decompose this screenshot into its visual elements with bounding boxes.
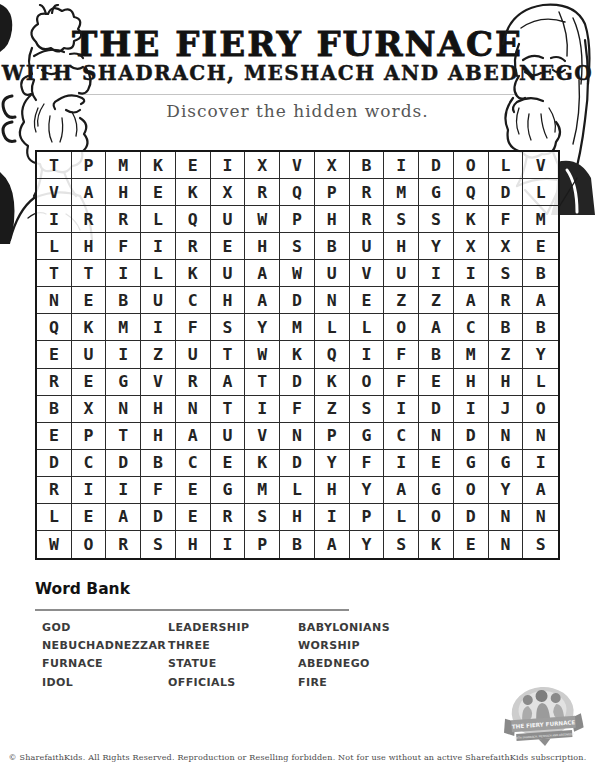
grid-cell-r4c1: L	[37, 233, 72, 260]
grid-cell-r8c3: I	[106, 341, 141, 368]
grid-cell-r6c13: A	[454, 287, 489, 314]
grid-cell-r7c10: L	[350, 314, 385, 341]
grid-cell-r14c15: N	[523, 504, 558, 531]
brows-icon	[34, 50, 83, 58]
grid-cell-r4c12: Y	[419, 233, 454, 260]
grid-cell-r6c4: U	[141, 287, 176, 314]
grid-cell-r11c9: P	[315, 423, 350, 450]
grid-cell-r12c4: B	[141, 450, 176, 477]
grid-cell-r4c2: H	[72, 233, 107, 260]
grid-cell-r2c10: R	[350, 179, 385, 206]
grid-cell-r10c13: I	[454, 396, 489, 423]
ear-icon	[21, 76, 31, 95]
grid-cell-r3c13: K	[454, 206, 489, 233]
grid-cell-r2c14: D	[489, 179, 524, 206]
word-bank-item: NEBUCHADNEZZAR	[42, 637, 166, 655]
grid-cell-r2c1: V	[37, 179, 72, 206]
grid-cell-r8c15: Y	[523, 341, 558, 368]
grid-cell-r11c7: V	[245, 423, 280, 450]
grid-cell-r15c13: E	[454, 531, 489, 558]
grid-cell-r14c12: O	[419, 504, 454, 531]
grid-cell-r12c7: K	[245, 450, 280, 477]
grid-cell-r8c11: F	[384, 341, 419, 368]
grid-cell-r3c5: Q	[176, 206, 211, 233]
grid-cell-r9c1: R	[37, 369, 72, 396]
grid-cell-r12c10: F	[350, 450, 385, 477]
grid-cell-r13c4: F	[141, 477, 176, 504]
grid-cell-r14c11: L	[384, 504, 419, 531]
grid-cell-r14c7: S	[245, 504, 280, 531]
grid-cell-r12c13: G	[454, 450, 489, 477]
grid-cell-r10c10: S	[350, 396, 385, 423]
grid-cell-r12c15: I	[523, 450, 558, 477]
grid-cell-r10c6: T	[211, 396, 246, 423]
grid-cell-r7c7: Y	[245, 314, 280, 341]
grid-cell-r12c14: G	[489, 450, 524, 477]
grid-cell-r3c2: R	[72, 206, 107, 233]
grid-cell-r10c9: Z	[315, 396, 350, 423]
grid-cell-r13c3: I	[106, 477, 141, 504]
grid-cell-r9c4: V	[141, 369, 176, 396]
grid-cell-r9c15: L	[523, 369, 558, 396]
grid-cell-r3c7: W	[245, 206, 280, 233]
grid-cell-r1c10: B	[350, 152, 385, 179]
grid-cell-r7c14: B	[489, 314, 524, 341]
grid-cell-r6c10: E	[350, 287, 385, 314]
grid-cell-r4c11: H	[384, 233, 419, 260]
word-bank-column-3: BABYLONIANSWORSHIPABEDNEGOFIRE	[298, 619, 390, 692]
grid-cell-r14c9: I	[315, 504, 350, 531]
grid-cell-r15c14: N	[489, 531, 524, 558]
grid-cell-r13c5: E	[176, 477, 211, 504]
grid-cell-r11c1: E	[37, 423, 72, 450]
grid-cell-r7c13: C	[454, 314, 489, 341]
grid-cell-r2c13: Q	[454, 179, 489, 206]
grid-cell-r3c14: F	[489, 206, 524, 233]
grid-cell-r2c4: E	[141, 179, 176, 206]
grid-cell-r4c6: E	[211, 233, 246, 260]
grid-cell-r9c11: F	[384, 369, 419, 396]
grid-cell-r12c6: E	[211, 450, 246, 477]
grid-cell-r1c1: T	[37, 152, 72, 179]
grid-cell-r13c7: M	[245, 477, 280, 504]
grid-cell-r6c8: D	[280, 287, 315, 314]
grid-cell-r2c2: A	[72, 179, 107, 206]
grid-cell-r15c10: Y	[350, 531, 385, 558]
closed-eyes-icon	[42, 66, 83, 74]
grid-cell-r15c7: P	[245, 531, 280, 558]
grid-cell-r8c2: U	[72, 341, 107, 368]
grid-cell-r4c4: I	[141, 233, 176, 260]
grid-cell-r5c5: K	[176, 260, 211, 287]
grid-cell-r1c7: X	[245, 152, 280, 179]
grid-cell-r9c9: K	[315, 369, 350, 396]
grid-cell-r9c10: O	[350, 369, 385, 396]
grid-cell-r13c1: R	[37, 477, 72, 504]
grid-cell-r11c12: N	[419, 423, 454, 450]
closed-eyes-icon	[525, 70, 565, 75]
grid-cell-r11c11: C	[384, 423, 419, 450]
grid-cell-r15c4: S	[141, 531, 176, 558]
grid-cell-r8c6: T	[211, 341, 246, 368]
grid-cell-r4c15: E	[523, 233, 558, 260]
nose-icon	[514, 76, 525, 99]
grid-cell-r5c11: U	[384, 260, 419, 287]
grid-cell-r1c8: V	[280, 152, 315, 179]
grid-cell-r14c8: H	[280, 504, 315, 531]
grid-cell-r4c13: X	[454, 233, 489, 260]
grid-cell-r1c5: E	[176, 152, 211, 179]
grid-cell-r8c7: W	[245, 341, 280, 368]
grid-cell-r7c8: M	[280, 314, 315, 341]
grid-cell-r9c8: D	[280, 369, 315, 396]
grid-cell-r5c13: I	[454, 260, 489, 287]
grid-cell-r5c8: W	[280, 260, 315, 287]
grid-cell-r2c9: P	[315, 179, 350, 206]
grid-cell-r3c11: S	[384, 206, 419, 233]
grid-cell-r9c14: H	[489, 369, 524, 396]
grid-cell-r11c13: D	[454, 423, 489, 450]
header-divider	[78, 94, 516, 95]
grid-cell-r13c15: A	[523, 477, 558, 504]
grid-cell-r6c9: N	[315, 287, 350, 314]
grid-cell-r12c12: E	[419, 450, 454, 477]
grid-cell-r3c8: P	[280, 206, 315, 233]
grid-cell-r10c14: J	[489, 396, 524, 423]
grid-cell-r3c10: R	[350, 206, 385, 233]
grid-cell-r8c1: E	[37, 341, 72, 368]
word-bank-item: OFFICIALS	[168, 674, 249, 692]
grid-cell-r5c15: B	[523, 260, 558, 287]
grid-cell-r4c5: R	[176, 233, 211, 260]
grid-cell-r7c15: B	[523, 314, 558, 341]
grid-cell-r10c3: N	[106, 396, 141, 423]
grid-cell-r5c14: S	[489, 260, 524, 287]
word-bank-item: ABEDNEGO	[298, 655, 390, 673]
grid-cell-r1c14: L	[489, 152, 524, 179]
grid-cell-r6c5: C	[176, 287, 211, 314]
grid-cell-r1c9: X	[315, 152, 350, 179]
grid-cell-r7c11: O	[384, 314, 419, 341]
grid-cell-r7c4: I	[141, 314, 176, 341]
grid-cell-r14c14: N	[489, 504, 524, 531]
grid-cell-r3c6: U	[211, 206, 246, 233]
grid-cell-r13c8: L	[280, 477, 315, 504]
grid-cell-r13c9: H	[315, 477, 350, 504]
grid-cell-r7c9: L	[315, 314, 350, 341]
word-bank-column-1: GODNEBUCHADNEZZARFURNACEIDOL	[42, 619, 166, 692]
grid-cell-r7c2: K	[72, 314, 107, 341]
grid-cell-r1c6: I	[211, 152, 246, 179]
grid-cell-r13c12: G	[419, 477, 454, 504]
grid-cell-r5c9: U	[315, 260, 350, 287]
grid-cell-r14c2: E	[72, 504, 107, 531]
grid-cell-r12c9: Y	[315, 450, 350, 477]
grid-cell-r3c12: S	[419, 206, 454, 233]
grid-cell-r15c5: H	[176, 531, 211, 558]
grid-cell-r15c9: A	[315, 531, 350, 558]
grid-cell-r1c3: M	[106, 152, 141, 179]
grid-cell-r6c1: N	[37, 287, 72, 314]
grid-cell-r8c4: Z	[141, 341, 176, 368]
word-bank-heading: Word Bank	[35, 580, 130, 598]
grid-cell-r2c15: L	[523, 179, 558, 206]
grid-cell-r10c15: O	[523, 396, 558, 423]
grid-cell-r10c8: F	[280, 396, 315, 423]
word-bank-item: FIRE	[298, 674, 390, 692]
grid-cell-r4c8: S	[280, 233, 315, 260]
footer-copyright: © SharefaithKids. All Rights Reserved. R…	[0, 753, 595, 762]
grid-cell-r11c10: G	[350, 423, 385, 450]
grid-cell-r11c4: H	[141, 423, 176, 450]
grid-cell-r15c15: S	[523, 531, 558, 558]
grid-cell-r12c1: D	[37, 450, 72, 477]
grid-cell-r6c7: A	[245, 287, 280, 314]
grid-cell-r10c12: D	[419, 396, 454, 423]
grid-cell-r1c13: O	[454, 152, 489, 179]
grid-cell-r3c1: I	[37, 206, 72, 233]
grid-cell-r2c12: G	[419, 179, 454, 206]
grid-cell-r3c3: R	[106, 206, 141, 233]
grid-cell-r8c9: Q	[315, 341, 350, 368]
word-bank-item: STATUE	[168, 655, 249, 673]
grid-cell-r5c7: A	[245, 260, 280, 287]
grid-cell-r15c11: S	[384, 531, 419, 558]
grid-cell-r9c13: H	[454, 369, 489, 396]
word-bank-item: WORSHIP	[298, 637, 390, 655]
grid-cell-r1c11: I	[384, 152, 419, 179]
grid-cell-r4c3: F	[106, 233, 141, 260]
grid-cell-r9c12: E	[419, 369, 454, 396]
grid-cell-r4c9: B	[315, 233, 350, 260]
grid-cell-r5c10: V	[350, 260, 385, 287]
grid-cell-r9c6: A	[211, 369, 246, 396]
grid-cell-r12c2: C	[72, 450, 107, 477]
grid-cell-r15c3: R	[106, 531, 141, 558]
grid-cell-r6c6: H	[211, 287, 246, 314]
grid-cell-r15c6: I	[211, 531, 246, 558]
grid-cell-r2c11: M	[384, 179, 419, 206]
grid-cell-r5c1: T	[37, 260, 72, 287]
grid-cell-r5c2: T	[72, 260, 107, 287]
grid-cell-r1c4: K	[141, 152, 176, 179]
grid-cell-r12c5: C	[176, 450, 211, 477]
grid-cell-r15c2: O	[72, 531, 107, 558]
grid-cell-r4c14: X	[489, 233, 524, 260]
grid-cell-r5c3: I	[106, 260, 141, 287]
word-bank-item: GOD	[42, 619, 166, 637]
grid-cell-r3c4: L	[141, 206, 176, 233]
grid-cell-r13c13: O	[454, 477, 489, 504]
grid-cell-r5c6: U	[211, 260, 246, 287]
grid-cell-r11c6: U	[211, 423, 246, 450]
grid-cell-r10c4: H	[141, 396, 176, 423]
grid-cell-r4c10: U	[350, 233, 385, 260]
grid-cell-r9c7: T	[245, 369, 280, 396]
grid-cell-r6c11: Z	[384, 287, 419, 314]
mustache-icon	[513, 98, 543, 112]
grid-cell-r11c2: P	[72, 423, 107, 450]
grid-cell-r14c10: P	[350, 504, 385, 531]
grid-cell-r6c15: A	[523, 287, 558, 314]
grid-cell-r14c6: R	[211, 504, 246, 531]
grid-cell-r8c14: Z	[489, 341, 524, 368]
grid-cell-r11c8: N	[280, 423, 315, 450]
grid-cell-r11c3: T	[106, 423, 141, 450]
grid-cell-r11c15: N	[523, 423, 558, 450]
hair-bun-icon	[31, 8, 81, 51]
grid-cell-r12c3: D	[106, 450, 141, 477]
grid-cell-r6c12: Z	[419, 287, 454, 314]
grid-cell-r10c1: B	[37, 396, 72, 423]
grid-cell-r9c3: G	[106, 369, 141, 396]
grid-cell-r2c8: Q	[280, 179, 315, 206]
grid-cell-r14c13: D	[454, 504, 489, 531]
grid-cell-r9c2: E	[72, 369, 107, 396]
grid-cell-r5c12: I	[419, 260, 454, 287]
grid-cell-r13c2: I	[72, 477, 107, 504]
worksheet-page: THE FIERY FURNACE WITH SHADRACH, MESHACH…	[0, 0, 595, 776]
nose-icon	[79, 68, 91, 94]
grid-cell-r8c5: U	[176, 341, 211, 368]
grid-cell-r12c8: D	[280, 450, 315, 477]
grid-cell-r1c2: P	[72, 152, 107, 179]
word-bank-item: LEADERSHIP	[168, 619, 249, 637]
grid-cell-r5c4: L	[141, 260, 176, 287]
grid-cell-r7c12: A	[419, 314, 454, 341]
word-bank-item: BABYLONIANS	[298, 619, 390, 637]
grid-cell-r11c14: N	[489, 423, 524, 450]
grid-cell-r6c3: B	[106, 287, 141, 314]
grid-cell-r14c3: A	[106, 504, 141, 531]
grid-cell-r9c5: R	[176, 369, 211, 396]
grid-cell-r13c14: Y	[489, 477, 524, 504]
grid-cell-r7c5: F	[176, 314, 211, 341]
grid-cell-r13c6: G	[211, 477, 246, 504]
grid-cell-r15c8: B	[280, 531, 315, 558]
grid-cell-r14c1: L	[37, 504, 72, 531]
grid-cell-r2c5: K	[176, 179, 211, 206]
grid-cell-r4c7: H	[245, 233, 280, 260]
brows-icon	[523, 56, 565, 61]
grid-cell-r7c3: M	[106, 314, 141, 341]
word-bank-item: IDOL	[42, 674, 166, 692]
grid-cell-r10c5: N	[176, 396, 211, 423]
grid-cell-r11c5: A	[176, 423, 211, 450]
word-bank-rule	[35, 609, 349, 611]
mustache-icon	[54, 95, 85, 109]
grid-cell-r1c15: V	[523, 152, 558, 179]
sharefaith-badge: THE FIERY FURNACE WITH SHADRACH, MESHACH…	[501, 683, 585, 750]
grid-cell-r8c10: I	[350, 341, 385, 368]
grid-cell-r3c15: M	[523, 206, 558, 233]
grid-cell-r10c2: X	[72, 396, 107, 423]
grid-cell-r10c7: I	[245, 396, 280, 423]
grid-cell-r3c9: H	[315, 206, 350, 233]
word-search-grid: TPMKEIXVXBIDOLVVAHEKXRQPRMGQDLIRRLQUWPHR…	[35, 150, 560, 560]
grid-cell-r13c10: Y	[350, 477, 385, 504]
grid-cell-r10c11: I	[384, 396, 419, 423]
grid-cell-r7c6: S	[211, 314, 246, 341]
word-bank-item: THREE	[168, 637, 249, 655]
word-bank-column-2: LEADERSHIPTHREESTATUEOFFICIALS	[168, 619, 249, 692]
grid-cell-r8c8: K	[280, 341, 315, 368]
grid-cell-r13c11: A	[384, 477, 419, 504]
grid-cell-r8c13: M	[454, 341, 489, 368]
grid-cell-r14c4: D	[141, 504, 176, 531]
grid-cell-r8c12: B	[419, 341, 454, 368]
grid-cell-r6c14: R	[489, 287, 524, 314]
grid-cell-r15c12: K	[419, 531, 454, 558]
grid-cell-r1c12: D	[419, 152, 454, 179]
grid-cell-r6c2: E	[72, 287, 107, 314]
grid-cell-r7c1: Q	[37, 314, 72, 341]
grid-cell-r2c6: X	[211, 179, 246, 206]
grid-cell-r14c5: E	[176, 504, 211, 531]
grid-cell-r15c1: W	[37, 531, 72, 558]
grid-cell-r2c3: H	[106, 179, 141, 206]
word-bank-item: FURNACE	[42, 655, 166, 673]
grid-cell-r12c11: I	[384, 450, 419, 477]
grid-cell-r2c7: R	[245, 179, 280, 206]
